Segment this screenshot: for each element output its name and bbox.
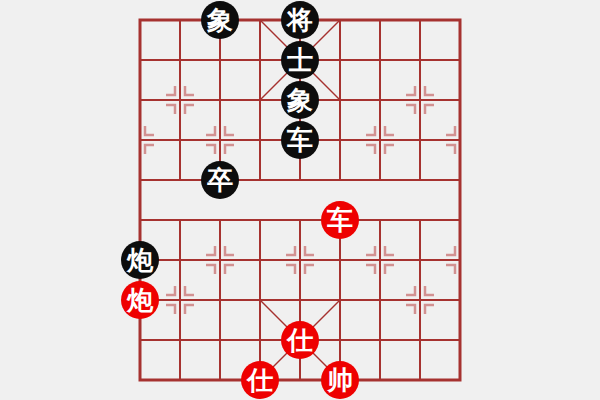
red-cannon[interactable]: 炮 (121, 281, 159, 319)
black-general[interactable]: 将 (281, 1, 319, 39)
red-general[interactable]: 帅 (321, 361, 359, 399)
red-chariot[interactable]: 车 (321, 201, 359, 239)
xiangqi-board: 象将士象车卒车炮炮仕仕帅 (120, 0, 480, 400)
black-chariot[interactable]: 车 (281, 121, 319, 159)
black-pawn[interactable]: 卒 (201, 161, 239, 199)
black-elephant[interactable]: 象 (281, 81, 319, 119)
red-advisor[interactable]: 仕 (241, 361, 279, 399)
black-elephant[interactable]: 象 (201, 1, 239, 39)
red-advisor[interactable]: 仕 (281, 321, 319, 359)
xiangqi-app: 象将士象车卒车炮炮仕仕帅 (0, 0, 600, 400)
black-advisor[interactable]: 士 (281, 41, 319, 79)
black-cannon[interactable]: 炮 (121, 241, 159, 279)
